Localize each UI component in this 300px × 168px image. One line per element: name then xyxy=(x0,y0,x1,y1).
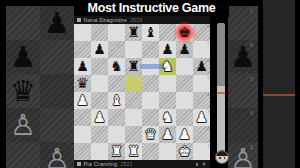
background-square xyxy=(40,74,74,108)
square-b5[interactable] xyxy=(91,75,108,92)
square-b4[interactable] xyxy=(91,92,108,109)
background-coordinate: 7 xyxy=(250,8,253,14)
square-d5[interactable] xyxy=(125,75,142,92)
piece-white-knight[interactable]: ♞ xyxy=(159,58,176,75)
piece-black-pawn[interactable]: ♟ xyxy=(176,41,193,58)
square-a1[interactable] xyxy=(74,143,91,160)
chess-board[interactable]: 87654321♜♝♚♟♟♟♟♞♜♞♟♛♟♝♟♞♟♛♟♟♜♜♚ xyxy=(74,24,210,160)
piece-black-pawn[interactable]: ♟ xyxy=(193,58,210,75)
piece-black-rook[interactable]: ♜ xyxy=(125,58,142,75)
piece-white-bishop[interactable]: ♝ xyxy=(108,92,125,109)
square-a8[interactable] xyxy=(74,24,91,41)
square-h4[interactable]: 4 xyxy=(193,92,210,109)
coordinate-label: 5 xyxy=(207,75,209,80)
square-h7[interactable]: 7 xyxy=(193,41,210,58)
square-b2[interactable] xyxy=(91,126,108,143)
background-square xyxy=(228,142,258,168)
square-a2[interactable] xyxy=(74,126,91,143)
square-f1[interactable] xyxy=(159,143,176,160)
background-coordinate: 5 xyxy=(250,76,253,82)
square-e5[interactable] xyxy=(142,75,159,92)
player-top-name: Nana Dzagnidze xyxy=(84,17,127,23)
avatar xyxy=(215,150,229,164)
background-square xyxy=(40,142,74,168)
piece-black-bishop[interactable]: ♝ xyxy=(142,24,159,41)
square-b8[interactable] xyxy=(91,24,108,41)
background-square xyxy=(6,6,40,40)
avatar-eye xyxy=(224,157,226,159)
square-f4[interactable] xyxy=(159,92,176,109)
background-square xyxy=(40,6,74,40)
background-square xyxy=(6,108,40,142)
piece-black-queen[interactable]: ♛ xyxy=(74,75,91,92)
piece-white-rook[interactable]: ♜ xyxy=(125,143,142,160)
square-a7[interactable] xyxy=(74,41,91,58)
square-c7[interactable] xyxy=(108,41,125,58)
coordinate-label: 1 xyxy=(207,143,209,148)
square-d4[interactable] xyxy=(125,92,142,109)
square-c2[interactable] xyxy=(108,126,125,143)
background-square xyxy=(228,74,258,108)
square-h2[interactable]: 2 xyxy=(193,126,210,143)
square-g6[interactable] xyxy=(176,58,193,75)
coordinate-label: 7 xyxy=(207,41,209,46)
background-square xyxy=(40,108,74,142)
square-c5[interactable] xyxy=(108,75,125,92)
piece-black-rook[interactable]: ♜ xyxy=(125,24,142,41)
coordinate-label: 2 xyxy=(207,126,209,131)
square-d3[interactable] xyxy=(125,109,142,126)
video-frame: ♟♟♛♙♙ 76543♟♙ Most Instructive Game Nana… xyxy=(0,0,300,168)
square-d7[interactable] xyxy=(125,41,142,58)
square-g4[interactable] xyxy=(176,92,193,109)
square-h1[interactable]: 1 xyxy=(193,143,210,160)
square-d2[interactable] xyxy=(125,126,142,143)
piece-white-knight[interactable]: ♞ xyxy=(159,109,176,126)
square-g5[interactable] xyxy=(176,75,193,92)
background-eval-strip xyxy=(263,0,295,168)
square-e3[interactable] xyxy=(142,109,159,126)
piece-black-pawn[interactable]: ♟ xyxy=(91,41,108,58)
player-bar-bottom: Pia Cramling 2521 xyxy=(74,160,210,168)
background-square xyxy=(6,142,40,168)
square-c8[interactable] xyxy=(108,24,125,41)
background-square xyxy=(228,6,258,40)
player-bottom-rating: 2521 xyxy=(120,161,132,167)
page-title: Most Instructive Game xyxy=(74,1,229,15)
avatar-eye xyxy=(219,157,221,159)
background-square xyxy=(228,108,258,142)
piece-black-pawn[interactable]: ♟ xyxy=(159,41,176,58)
square-b1[interactable] xyxy=(91,143,108,160)
eval-black-share xyxy=(217,23,225,86)
piece-white-pawn[interactable]: ♟ xyxy=(193,109,210,126)
piece-white-pawn[interactable]: ♟ xyxy=(91,109,108,126)
piece-black-king[interactable]: ♚ xyxy=(176,24,193,41)
background-square xyxy=(228,40,258,74)
piece-white-pawn[interactable]: ♟ xyxy=(74,92,91,109)
piece-white-king[interactable]: ♚ xyxy=(176,143,193,160)
square-f5[interactable] xyxy=(159,75,176,92)
background-square xyxy=(40,40,74,74)
player-bottom-name: Pia Cramling xyxy=(84,161,118,167)
player-color-icon xyxy=(77,18,81,22)
square-b6[interactable] xyxy=(91,58,108,75)
background-coordinate: 3 xyxy=(250,144,253,150)
piece-white-pawn[interactable]: ♟ xyxy=(176,126,193,143)
square-e1[interactable] xyxy=(142,143,159,160)
piece-white-pawn[interactable]: ♟ xyxy=(159,126,176,143)
piece-black-knight[interactable]: ♞ xyxy=(108,58,125,75)
eval-bar xyxy=(217,23,225,161)
background-coordinate: 6 xyxy=(250,42,253,48)
background-orange-line xyxy=(263,94,295,96)
player-color-icon xyxy=(77,162,81,166)
background-square xyxy=(6,74,40,108)
title-band: Most Instructive Game xyxy=(74,0,229,17)
square-a3[interactable] xyxy=(74,109,91,126)
piece-white-queen[interactable]: ♛ xyxy=(142,126,159,143)
sound-icon[interactable] xyxy=(202,162,205,166)
player-top-rating: 2529 xyxy=(130,17,142,23)
square-e4[interactable] xyxy=(142,92,159,109)
piece-white-rook[interactable]: ♜ xyxy=(108,143,125,160)
background-square xyxy=(6,40,40,74)
avatar-hair xyxy=(216,151,228,156)
square-g3[interactable] xyxy=(176,109,193,126)
square-h5[interactable]: 5 xyxy=(193,75,210,92)
background-coordinate: 4 xyxy=(250,110,253,116)
coordinate-label: 4 xyxy=(207,92,209,97)
square-c3[interactable] xyxy=(108,109,125,126)
coordinate-label: 8 xyxy=(207,24,209,29)
square-e7[interactable] xyxy=(142,41,159,58)
piece-black-pawn[interactable]: ♟ xyxy=(74,58,91,75)
